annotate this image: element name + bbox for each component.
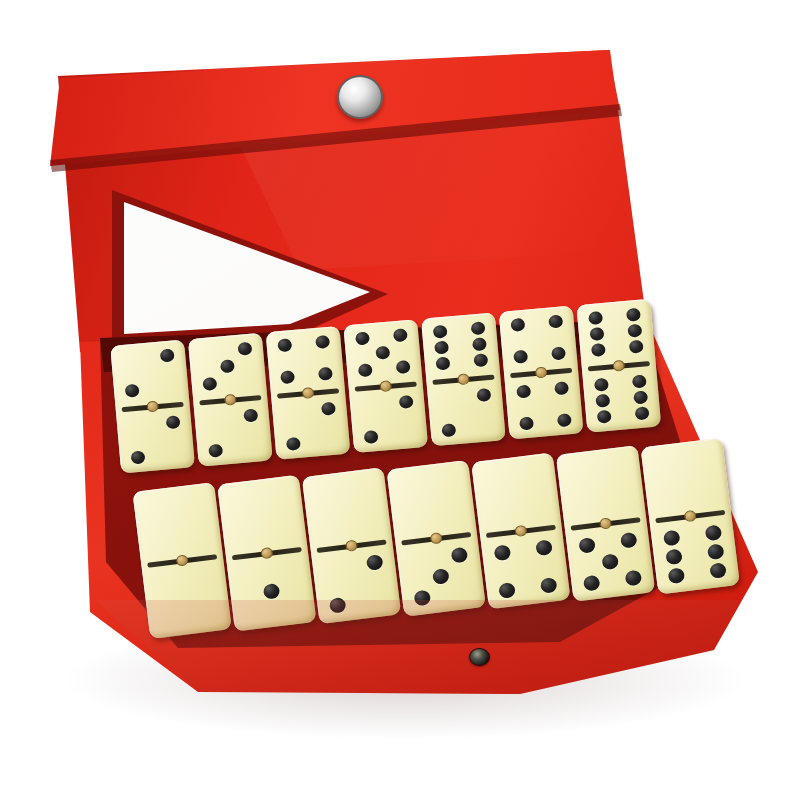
pip bbox=[442, 423, 457, 437]
pip bbox=[588, 311, 603, 325]
pip bbox=[451, 546, 469, 563]
tile-half-4 bbox=[499, 306, 578, 374]
domino-tile-0-4[interactable] bbox=[471, 452, 570, 609]
tile-half-0 bbox=[471, 452, 561, 533]
domino-tile-6-6[interactable] bbox=[576, 299, 661, 433]
tile-half-4 bbox=[266, 326, 345, 394]
tile-half-2 bbox=[349, 385, 428, 453]
pip bbox=[626, 308, 641, 322]
tile-half-5 bbox=[343, 319, 422, 387]
domino-tile-4-2[interactable] bbox=[266, 326, 351, 460]
pip bbox=[473, 353, 488, 367]
pip bbox=[519, 416, 534, 430]
pip bbox=[366, 554, 384, 571]
tile-half-4 bbox=[480, 528, 570, 609]
tile-half-0 bbox=[641, 438, 731, 519]
pip bbox=[634, 406, 649, 420]
pip bbox=[243, 408, 258, 422]
domino-tile-6-2[interactable] bbox=[421, 312, 506, 446]
pip bbox=[554, 381, 569, 395]
pip bbox=[432, 568, 450, 585]
pip bbox=[220, 359, 235, 373]
tile-half-0 bbox=[132, 482, 222, 563]
snap-button-icon[interactable] bbox=[337, 75, 383, 119]
tile-half-2 bbox=[427, 379, 506, 447]
pip bbox=[705, 524, 723, 541]
pip bbox=[578, 537, 596, 554]
pip bbox=[470, 322, 485, 336]
pip bbox=[597, 409, 612, 423]
domino-tile-2-2[interactable] bbox=[110, 340, 195, 474]
pip bbox=[536, 539, 554, 556]
pip bbox=[633, 390, 648, 404]
domino-tile-4-4[interactable] bbox=[499, 306, 584, 440]
pip bbox=[355, 332, 370, 346]
pip bbox=[667, 567, 685, 584]
domino-tile-5-2[interactable] bbox=[343, 319, 428, 453]
pip bbox=[278, 339, 293, 353]
tile-half-0 bbox=[302, 467, 392, 548]
pip bbox=[631, 374, 646, 388]
pip bbox=[620, 531, 638, 548]
tile-half-6 bbox=[421, 312, 500, 380]
pip bbox=[433, 325, 448, 339]
pip bbox=[498, 582, 516, 599]
pip bbox=[551, 346, 566, 360]
pip bbox=[663, 529, 681, 546]
tile-half-0 bbox=[217, 475, 307, 556]
pip bbox=[208, 443, 223, 457]
pip bbox=[315, 335, 330, 349]
tile-half-6 bbox=[576, 299, 655, 367]
pip bbox=[237, 342, 252, 356]
domino-tile-3-2[interactable] bbox=[188, 333, 273, 467]
pip bbox=[625, 569, 643, 586]
back-row bbox=[110, 299, 661, 474]
tile-half-0 bbox=[386, 460, 476, 541]
pip bbox=[472, 337, 487, 351]
pip bbox=[513, 350, 528, 364]
domino-tile-0-3[interactable] bbox=[386, 460, 485, 617]
pip bbox=[476, 388, 491, 402]
pip bbox=[548, 315, 563, 329]
pip bbox=[540, 577, 558, 594]
pip bbox=[375, 346, 390, 360]
tile-half-6 bbox=[650, 514, 740, 595]
pip bbox=[321, 402, 336, 416]
tile-half-0 bbox=[556, 445, 646, 526]
pip bbox=[358, 363, 373, 377]
domino-tile-0-5[interactable] bbox=[556, 445, 655, 602]
pip bbox=[517, 384, 532, 398]
domino-tile-0-6[interactable] bbox=[641, 438, 740, 595]
pip bbox=[280, 370, 295, 384]
pip bbox=[125, 384, 140, 398]
pip bbox=[590, 327, 605, 341]
tile-half-2 bbox=[271, 392, 350, 460]
tile-half-4 bbox=[504, 372, 583, 440]
snap-stud-icon bbox=[469, 648, 490, 666]
pip bbox=[436, 356, 451, 370]
pip bbox=[395, 360, 410, 374]
pip bbox=[434, 341, 449, 355]
pip bbox=[582, 575, 600, 592]
pip bbox=[594, 378, 609, 392]
domino-case-scene bbox=[0, 0, 800, 787]
domino-tray-tiles bbox=[86, 263, 792, 651]
pip bbox=[511, 318, 526, 332]
pip bbox=[392, 329, 407, 343]
tile-half-3 bbox=[188, 333, 267, 401]
pip bbox=[286, 436, 301, 450]
pip bbox=[318, 367, 333, 381]
pip bbox=[203, 377, 218, 391]
tile-half-2 bbox=[194, 399, 273, 467]
pip bbox=[159, 349, 174, 363]
pip bbox=[665, 548, 683, 565]
pip bbox=[710, 562, 728, 579]
tile-half-5 bbox=[565, 521, 655, 602]
pip bbox=[596, 393, 611, 407]
pip bbox=[601, 553, 619, 570]
pip bbox=[707, 543, 725, 560]
tile-half-2 bbox=[116, 406, 195, 474]
pip bbox=[131, 450, 146, 464]
pip bbox=[627, 324, 642, 338]
pip bbox=[398, 395, 413, 409]
pip bbox=[165, 415, 180, 429]
pip bbox=[364, 430, 379, 444]
tile-half-2 bbox=[110, 340, 189, 408]
tile-half-6 bbox=[582, 365, 661, 433]
pip bbox=[591, 343, 606, 357]
pip bbox=[263, 583, 281, 600]
pip bbox=[556, 413, 571, 427]
pip bbox=[493, 544, 511, 561]
pip bbox=[628, 340, 643, 354]
